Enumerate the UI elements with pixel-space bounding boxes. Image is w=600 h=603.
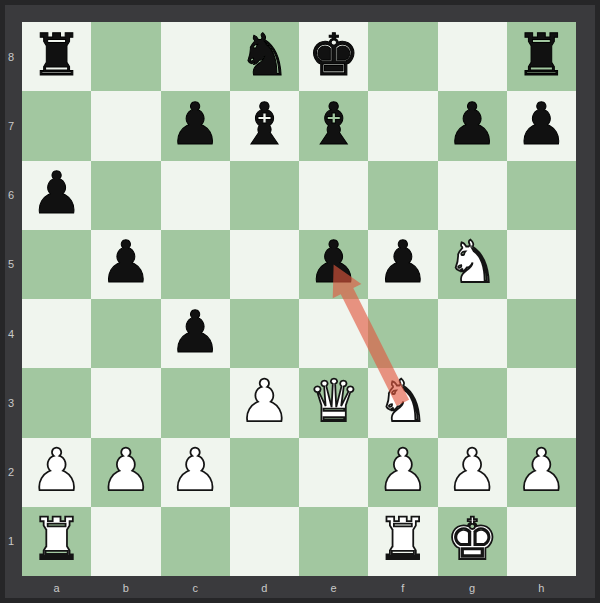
square-a5[interactable]	[22, 230, 91, 299]
piece-white-rook[interactable]: ♜	[22, 507, 91, 574]
square-g1[interactable]: ♚	[438, 507, 507, 576]
square-e4[interactable]	[299, 299, 368, 368]
file-label-a: a	[22, 576, 91, 603]
square-e5[interactable]: ♟	[299, 230, 368, 299]
square-h2[interactable]: ♟	[507, 438, 576, 507]
piece-black-pawn[interactable]: ♟	[438, 91, 507, 158]
piece-black-pawn[interactable]: ♟	[161, 91, 230, 158]
file-label-h: h	[507, 576, 576, 603]
square-d4[interactable]	[230, 299, 299, 368]
square-a8[interactable]: ♜	[22, 22, 91, 91]
square-f3[interactable]: ♞	[368, 368, 437, 437]
piece-white-pawn[interactable]: ♟	[230, 368, 299, 435]
piece-black-bishop[interactable]: ♝	[299, 91, 368, 158]
square-e1[interactable]	[299, 507, 368, 576]
piece-white-pawn[interactable]: ♟	[507, 438, 576, 505]
square-b7[interactable]	[91, 91, 160, 160]
square-a4[interactable]	[22, 299, 91, 368]
square-c1[interactable]	[161, 507, 230, 576]
file-labels: abcdefgh	[22, 576, 576, 603]
square-f4[interactable]	[368, 299, 437, 368]
rank-label-1: 1	[0, 507, 22, 576]
rank-label-2: 2	[0, 438, 22, 507]
square-g3[interactable]	[438, 368, 507, 437]
piece-black-rook[interactable]: ♜	[22, 22, 91, 89]
piece-black-knight[interactable]: ♞	[230, 22, 299, 89]
square-a3[interactable]	[22, 368, 91, 437]
file-label-g: g	[438, 576, 507, 603]
square-h1[interactable]	[507, 507, 576, 576]
square-c2[interactable]: ♟	[161, 438, 230, 507]
square-h6[interactable]	[507, 161, 576, 230]
piece-white-rook[interactable]: ♜	[368, 507, 437, 574]
rank-labels: 87654321	[0, 22, 22, 576]
file-label-e: e	[299, 576, 368, 603]
square-e3[interactable]: ♛	[299, 368, 368, 437]
file-label-d: d	[230, 576, 299, 603]
piece-black-pawn[interactable]: ♟	[22, 161, 91, 228]
square-d8[interactable]: ♞	[230, 22, 299, 91]
rank-label-5: 5	[0, 230, 22, 299]
piece-white-king[interactable]: ♚	[438, 507, 507, 574]
file-label-c: c	[161, 576, 230, 603]
square-e7[interactable]: ♝	[299, 91, 368, 160]
file-label-f: f	[368, 576, 437, 603]
square-e6[interactable]	[299, 161, 368, 230]
square-f2[interactable]: ♟	[368, 438, 437, 507]
square-b6[interactable]	[91, 161, 160, 230]
square-h7[interactable]: ♟	[507, 91, 576, 160]
square-b2[interactable]: ♟	[91, 438, 160, 507]
file-label-b: b	[91, 576, 160, 603]
piece-black-pawn[interactable]: ♟	[299, 230, 368, 297]
square-g6[interactable]	[438, 161, 507, 230]
piece-black-rook[interactable]: ♜	[507, 22, 576, 89]
piece-white-pawn[interactable]: ♟	[438, 438, 507, 505]
square-a7[interactable]	[22, 91, 91, 160]
rank-label-6: 6	[0, 161, 22, 230]
square-c7[interactable]: ♟	[161, 91, 230, 160]
piece-white-pawn[interactable]: ♟	[161, 438, 230, 505]
square-c4[interactable]: ♟	[161, 299, 230, 368]
rank-label-7: 7	[0, 91, 22, 160]
square-d3[interactable]: ♟	[230, 368, 299, 437]
rank-label-3: 3	[0, 368, 22, 437]
piece-black-pawn[interactable]: ♟	[161, 299, 230, 366]
square-b8[interactable]	[91, 22, 160, 91]
square-c8[interactable]	[161, 22, 230, 91]
square-h5[interactable]	[507, 230, 576, 299]
square-a1[interactable]: ♜	[22, 507, 91, 576]
square-c3[interactable]	[161, 368, 230, 437]
piece-black-pawn[interactable]: ♟	[91, 230, 160, 297]
square-c5[interactable]	[161, 230, 230, 299]
square-e2[interactable]	[299, 438, 368, 507]
square-h3[interactable]	[507, 368, 576, 437]
piece-white-pawn[interactable]: ♟	[368, 438, 437, 505]
piece-black-bishop[interactable]: ♝	[230, 91, 299, 158]
piece-white-queen[interactable]: ♛	[299, 368, 368, 435]
chess-board[interactable]: ♜♞♚♜♟♝♝♟♟♟♟♟♟♞♟♟♛♞♟♟♟♟♟♟♜♜♚	[22, 22, 576, 576]
piece-black-pawn[interactable]: ♟	[368, 230, 437, 297]
square-g4[interactable]	[438, 299, 507, 368]
piece-white-knight[interactable]: ♞	[368, 368, 437, 435]
square-g7[interactable]: ♟	[438, 91, 507, 160]
square-d5[interactable]	[230, 230, 299, 299]
rank-label-8: 8	[0, 22, 22, 91]
rank-label-4: 4	[0, 299, 22, 368]
piece-black-pawn[interactable]: ♟	[507, 91, 576, 158]
square-f1[interactable]: ♜	[368, 507, 437, 576]
square-d7[interactable]: ♝	[230, 91, 299, 160]
square-c6[interactable]	[161, 161, 230, 230]
square-g8[interactable]	[438, 22, 507, 91]
square-b3[interactable]	[91, 368, 160, 437]
square-b5[interactable]: ♟	[91, 230, 160, 299]
square-h4[interactable]	[507, 299, 576, 368]
square-a6[interactable]: ♟	[22, 161, 91, 230]
square-f5[interactable]: ♟	[368, 230, 437, 299]
square-f7[interactable]	[368, 91, 437, 160]
square-d6[interactable]	[230, 161, 299, 230]
square-b4[interactable]	[91, 299, 160, 368]
square-f6[interactable]	[368, 161, 437, 230]
piece-black-king[interactable]: ♚	[299, 22, 368, 89]
square-a2[interactable]: ♟	[22, 438, 91, 507]
square-h8[interactable]: ♜	[507, 22, 576, 91]
board-frame: 87654321 ♜♞♚♜♟♝♝♟♟♟♟♟♟♞♟♟♛♞♟♟♟♟♟♟♜♜♚ abc…	[0, 0, 600, 603]
square-f8[interactable]	[368, 22, 437, 91]
square-g2[interactable]: ♟	[438, 438, 507, 507]
square-d1[interactable]	[230, 507, 299, 576]
piece-white-pawn[interactable]: ♟	[91, 438, 160, 505]
piece-white-pawn[interactable]: ♟	[22, 438, 91, 505]
square-e8[interactable]: ♚	[299, 22, 368, 91]
square-g5[interactable]: ♞	[438, 230, 507, 299]
square-b1[interactable]	[91, 507, 160, 576]
square-d2[interactable]	[230, 438, 299, 507]
piece-white-knight[interactable]: ♞	[438, 230, 507, 297]
